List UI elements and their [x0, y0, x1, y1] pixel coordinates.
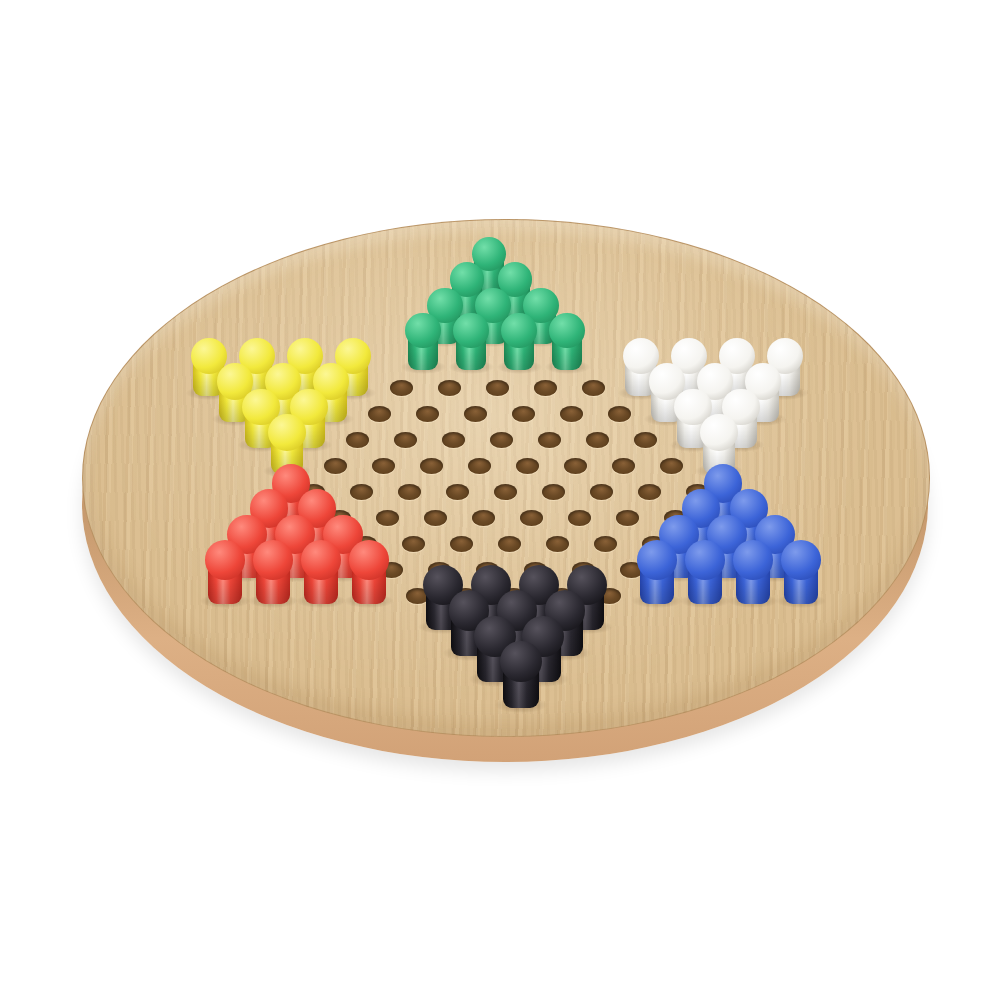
peg-head: [700, 414, 738, 451]
board-hole[interactable]: [538, 432, 561, 448]
board-hole[interactable]: [490, 432, 513, 448]
peg-green[interactable]: [549, 313, 585, 370]
peg-green[interactable]: [453, 313, 489, 370]
peg-red[interactable]: [205, 540, 245, 604]
board-hole[interactable]: [634, 432, 657, 448]
board-hole[interactable]: [586, 432, 609, 448]
peg-red[interactable]: [253, 540, 293, 604]
peg-black[interactable]: [500, 641, 542, 708]
board-hole[interactable]: [660, 458, 683, 474]
chinese-checkers-board-photo: [0, 0, 1000, 1000]
board-hole[interactable]: [564, 458, 587, 474]
board-hole[interactable]: [542, 484, 565, 500]
board-hole[interactable]: [416, 406, 439, 422]
peg-head: [685, 540, 725, 580]
board-hole[interactable]: [390, 380, 413, 396]
board-hole[interactable]: [402, 536, 425, 552]
board-hole[interactable]: [516, 458, 539, 474]
board-hole[interactable]: [394, 432, 417, 448]
board-hole[interactable]: [534, 380, 557, 396]
board-hole[interactable]: [612, 458, 635, 474]
peg-head: [637, 540, 677, 580]
board-hole[interactable]: [324, 458, 347, 474]
board-hole[interactable]: [446, 484, 469, 500]
board-hole[interactable]: [372, 458, 395, 474]
board-hole[interactable]: [512, 406, 535, 422]
board-hole[interactable]: [350, 484, 373, 500]
peg-blue[interactable]: [685, 540, 725, 604]
peg-head: [349, 540, 389, 580]
peg-head: [781, 540, 821, 580]
peg-blue[interactable]: [733, 540, 773, 604]
board-hole[interactable]: [546, 536, 569, 552]
board-hole[interactable]: [568, 510, 591, 526]
peg-head: [301, 540, 341, 580]
peg-head: [453, 313, 489, 348]
board-hole[interactable]: [438, 380, 461, 396]
board-hole[interactable]: [638, 484, 661, 500]
board-hole[interactable]: [398, 484, 421, 500]
board-hole[interactable]: [560, 406, 583, 422]
board-hole[interactable]: [594, 536, 617, 552]
peg-green[interactable]: [501, 313, 537, 370]
peg-blue[interactable]: [637, 540, 677, 604]
board-hole[interactable]: [464, 406, 487, 422]
board-hole[interactable]: [616, 510, 639, 526]
board-hole[interactable]: [498, 536, 521, 552]
board-hole[interactable]: [376, 510, 399, 526]
board-hole[interactable]: [486, 380, 509, 396]
board-hole[interactable]: [442, 432, 465, 448]
peg-head: [733, 540, 773, 580]
peg-blue[interactable]: [781, 540, 821, 604]
peg-head: [500, 641, 542, 683]
board-hole[interactable]: [346, 432, 369, 448]
board-hole[interactable]: [468, 458, 491, 474]
board-hole[interactable]: [424, 510, 447, 526]
board-hole[interactable]: [494, 484, 517, 500]
board-hole[interactable]: [472, 510, 495, 526]
board-hole[interactable]: [420, 458, 443, 474]
peg-red[interactable]: [349, 540, 389, 604]
peg-head: [405, 313, 441, 348]
peg-head: [268, 414, 306, 451]
board-hole[interactable]: [520, 510, 543, 526]
peg-green[interactable]: [405, 313, 441, 370]
board-hole[interactable]: [582, 380, 605, 396]
peg-head: [253, 540, 293, 580]
board-hole[interactable]: [368, 406, 391, 422]
board-hole[interactable]: [590, 484, 613, 500]
peg-head: [205, 540, 245, 580]
peg-head: [501, 313, 537, 348]
board-hole[interactable]: [608, 406, 631, 422]
peg-head: [549, 313, 585, 348]
board-hole[interactable]: [450, 536, 473, 552]
peg-red[interactable]: [301, 540, 341, 604]
